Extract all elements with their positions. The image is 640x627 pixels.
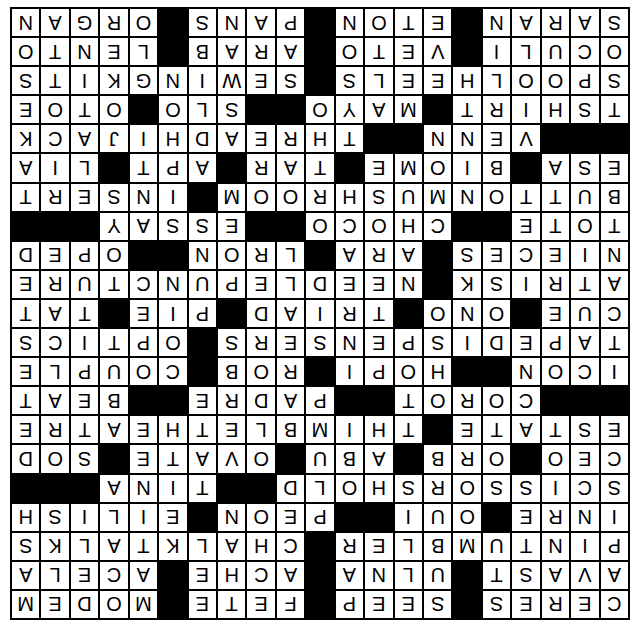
grid-cell: E [453,416,480,443]
grid-cell: E [512,213,539,240]
grid-cell: M [130,591,157,618]
black-cell [483,504,510,531]
grid-cell: M [395,96,422,123]
black-cell [159,9,186,36]
grid-cell: E [483,242,510,269]
grid-cell: O [483,184,510,211]
grid-cell: R [100,9,127,36]
grid-cell: I [336,416,363,443]
grid-cell: E [71,184,98,211]
grid-cell: C [601,445,628,472]
grid-cell: R [336,300,363,327]
black-cell [453,591,480,618]
grid-cell: E [365,271,392,298]
black-cell [424,416,451,443]
black-cell [483,213,510,240]
grid-cell: O [571,213,598,240]
grid-cell: T [71,96,98,123]
grid-cell: T [601,213,628,240]
grid-cell: L [130,38,157,65]
black-cell [453,562,480,589]
grid-cell: L [41,358,68,385]
grid-cell: E [512,329,539,356]
grid-cell: S [159,213,186,240]
grid-cell: N [424,125,451,152]
grid-cell: H [306,125,333,152]
grid-cell: E [71,387,98,414]
grid-cell: O [453,504,480,531]
grid-cell: B [336,445,363,472]
grid-cell: N [12,9,39,36]
grid-cell: M [218,184,245,211]
black-cell [218,154,245,181]
grid-cell: N [453,300,480,327]
grid-cell: R [247,154,274,181]
grid-cell: D [483,329,510,356]
grid-cell: C [512,242,539,269]
grid-cell: D [12,242,39,269]
grid-cell: N [453,125,480,152]
grid-cell: T [159,445,186,472]
grid-cell: B [218,358,245,385]
grid-cell: N [218,9,245,36]
grid-cell: B [100,387,127,414]
grid-cell: S [571,154,598,181]
grid-cell: I [512,96,539,123]
grid-cell: E [395,67,422,94]
grid-cell: C [247,562,274,589]
grid-cell: P [542,329,569,356]
grid-cell: T [542,213,569,240]
black-cell [365,387,392,414]
grid-cell: P [336,591,363,618]
grid-cell: E [512,504,539,531]
grid-cell: R [424,475,451,502]
grid-cell: P [306,504,333,531]
grid-cell: E [395,591,422,618]
black-cell [159,562,186,589]
grid-cell: I [542,475,569,502]
grid-cell: E [189,591,216,618]
grid-cell: I [453,154,480,181]
grid-cell: P [71,358,98,385]
grid-cell: E [130,300,157,327]
grid-cell: C [601,591,628,618]
grid-cell: L [306,475,333,502]
grid-cell: T [542,416,569,443]
grid-cell: S [483,271,510,298]
grid-cell: L [100,504,127,531]
grid-cell: L [189,96,216,123]
grid-cell: E [218,213,245,240]
grid-cell: T [189,416,216,443]
grid-cell: S [41,504,68,531]
grid-cell: E [424,9,451,36]
grid-cell: I [601,504,628,531]
grid-cell: T [12,184,39,211]
grid-cell: L [277,271,304,298]
grid-cell: A [130,213,157,240]
grid-cell: U [542,38,569,65]
black-cell [395,445,422,472]
grid-cell: B [424,445,451,472]
black-cell [159,591,186,618]
grid-cell: T [71,300,98,327]
grid-cell: A [512,9,539,36]
grid-cell: T [41,67,68,94]
grid-cell: T [71,416,98,443]
grid-cell: A [601,562,628,589]
grid-cell: B [424,533,451,560]
grid-cell: O [41,96,68,123]
black-cell [424,96,451,123]
black-cell [365,504,392,531]
grid-cell: C [424,213,451,240]
black-cell [100,154,127,181]
black-cell [189,329,216,356]
grid-cell: E [601,416,628,443]
grid-cell: T [336,125,363,152]
black-cell [336,387,363,414]
grid-cell: I [483,38,510,65]
grid-cell: R [277,358,304,385]
grid-cell: E [247,591,274,618]
grid-cell: L [395,562,422,589]
grid-cell: E [41,242,68,269]
grid-cell: I [601,358,628,385]
grid-cell: N [601,242,628,269]
grid-cell: E [277,504,304,531]
black-cell [306,9,333,36]
grid-cell: O [453,475,480,502]
black-cell [306,562,333,589]
grid-cell: R [542,504,569,531]
grid-cell: O [395,358,422,385]
grid-cell: R [365,242,392,269]
black-cell [306,38,333,65]
grid-cell: S [71,445,98,472]
black-cell [189,358,216,385]
grid-cell: U [571,300,598,327]
grid-cell: B [189,38,216,65]
grid-cell: S [483,475,510,502]
grid-cell: N [71,38,98,65]
grid-cell: N [130,184,157,211]
black-cell [41,475,68,502]
grid-cell: S [512,562,539,589]
grid-cell: U [71,271,98,298]
grid-cell: T [453,96,480,123]
black-cell [453,9,480,36]
grid-cell: W [218,67,245,94]
grid-cell: C [41,125,68,152]
grid-cell: C [512,387,539,414]
grid-cell: H [247,533,274,560]
grid-cell: A [247,9,274,36]
black-cell [306,533,333,560]
grid-cell: H [12,504,39,531]
grid-cell: S [453,242,480,269]
grid-cell: O [100,96,127,123]
grid-cell: S [12,329,39,356]
grid-cell: O [247,504,274,531]
grid-cell: R [336,533,363,560]
grid-cell: P [189,300,216,327]
grid-cell: U [100,358,127,385]
grid-cell: O [542,358,569,385]
grid-cell: K [453,271,480,298]
grid-cell: R [41,416,68,443]
grid-cell: E [247,271,274,298]
grid-cell: A [571,9,598,36]
grid-cell: T [395,9,422,36]
grid-cell: G [71,9,98,36]
grid-cell: I [130,504,157,531]
grid-cell: E [218,416,245,443]
grid-cell: O [100,242,127,269]
black-cell [100,445,127,472]
black-cell [571,125,598,152]
grid-cell: A [71,125,98,152]
grid-cell: A [277,38,304,65]
grid-cell: I [336,358,363,385]
grid-cell: S [12,533,39,560]
grid-cell: R [542,9,569,36]
grid-cell: P [159,154,186,181]
grid-cell: I [159,184,186,211]
grid-cell: D [189,125,216,152]
grid-cell: A [365,445,392,472]
grid-cell: A [277,300,304,327]
grid-cell: T [12,387,39,414]
black-cell [247,475,274,502]
grid-cell: L [277,242,304,269]
black-cell [365,125,392,152]
grid-cell: L [483,67,510,94]
grid-cell: T [130,154,157,181]
grid-cell: T [395,387,422,414]
black-cell [247,96,274,123]
grid-cell: I [453,329,480,356]
grid-cell: O [336,38,363,65]
grid-cell: R [542,591,569,618]
grid-cell: T [542,184,569,211]
black-cell [100,300,127,327]
black-cell [601,387,628,414]
crossword-grid: CERESSEEPFETEMODEMAVASTULNAACHEACELAPINT… [10,7,630,620]
grid-cell: C [571,475,598,502]
grid-cell: E [571,591,598,618]
grid-cell: O [483,387,510,414]
grid-cell: N [542,533,569,560]
grid-cell: T [512,533,539,560]
black-cell [12,475,39,502]
grid-cell: E [12,416,39,443]
grid-cell: O [306,213,333,240]
grid-cell: E [277,329,304,356]
grid-cell: O [542,67,569,94]
grid-cell: E [189,562,216,589]
grid-cell: A [100,475,127,502]
grid-cell: E [189,387,216,414]
grid-cell: T [483,562,510,589]
grid-cell: T [12,300,39,327]
grid-cell: H [365,475,392,502]
grid-cell: S [571,416,598,443]
grid-cell: E [41,591,68,618]
grid-cell: H [218,562,245,589]
grid-cell: A [571,329,598,356]
grid-cell: D [306,271,333,298]
grid-cell: N [336,329,363,356]
grid-cell: D [247,387,274,414]
grid-cell: S [601,9,628,36]
black-cell [12,213,39,240]
grid-cell: S [395,475,422,502]
grid-cell: S [306,329,333,356]
grid-cell: A [189,154,216,181]
grid-cell: E [542,242,569,269]
grid-cell: H [159,416,186,443]
black-cell [189,184,216,211]
black-cell [336,154,363,181]
grid-cell: C [41,329,68,356]
grid-cell: A [41,9,68,36]
grid-cell: E [365,533,392,560]
grid-cell: N [395,271,422,298]
grid-cell: R [218,387,245,414]
black-cell [189,504,216,531]
grid-cell: I [159,475,186,502]
grid-cell: I [571,242,598,269]
grid-cell: C [336,213,363,240]
grid-cell: K [12,125,39,152]
grid-cell: O [12,38,39,65]
grid-cell: S [601,475,628,502]
grid-cell: A [277,562,304,589]
grid-cell: S [512,475,539,502]
grid-cell: L [365,67,392,94]
grid-cell: O [336,475,363,502]
grid-cell: S [424,329,451,356]
black-cell [336,504,363,531]
grid-cell: I [512,271,539,298]
grid-cell: I [71,504,98,531]
black-cell [159,387,186,414]
grid-cell: O [247,184,274,211]
grid-cell: U [424,504,451,531]
grid-cell: C [130,271,157,298]
grid-cell: O [130,9,157,36]
grid-cell: I [571,533,598,560]
grid-cell: O [601,38,628,65]
grid-cell: O [130,358,157,385]
grid-cell: E [130,445,157,472]
grid-cell: A [130,562,157,589]
grid-cell: P [277,9,304,36]
grid-cell: F [277,591,304,618]
black-cell [247,213,274,240]
grid-cell: O [247,358,274,385]
grid-cell: O [247,445,274,472]
grid-cell: O [100,591,127,618]
grid-cell: E [395,38,422,65]
grid-cell: L [71,533,98,560]
black-cell [483,358,510,385]
grid-cell: A [12,562,39,589]
grid-cell: S [100,184,127,211]
grid-cell: E [365,329,392,356]
grid-cell: R [41,271,68,298]
grid-cell: T [365,38,392,65]
grid-cell: E [365,591,392,618]
black-cell [71,475,98,502]
grid-cell: V [424,38,451,65]
grid-cell: Y [100,213,127,240]
grid-cell: I [71,67,98,94]
black-cell [453,38,480,65]
grid-cell: E [71,562,98,589]
grid-cell: O [542,445,569,472]
black-cell [542,125,569,152]
grid-cell: S [601,67,628,94]
grid-cell: E [130,416,157,443]
grid-cell: T [189,475,216,502]
grid-cell: O [159,96,186,123]
black-cell [512,445,539,472]
grid-cell: I [395,504,422,531]
grid-cell: P [306,387,333,414]
grid-cell: S [571,96,598,123]
grid-cell: O [424,154,451,181]
grid-cell: N [189,242,216,269]
black-cell [277,96,304,123]
grid-cell: A [189,445,216,472]
grid-cell: S [277,67,304,94]
grid-cell: R [483,96,510,123]
grid-cell: V [218,445,245,472]
grid-cell: R [306,184,333,211]
grid-cell: M [453,533,480,560]
grid-cell: U [189,271,216,298]
grid-cell: O [365,9,392,36]
grid-cell: N [512,358,539,385]
grid-cell: E [247,67,274,94]
grid-cell: R [247,329,274,356]
grid-cell: A [336,242,363,269]
grid-cell: L [395,533,422,560]
grid-cell: A [100,533,127,560]
black-cell [41,213,68,240]
black-cell [277,445,304,472]
grid-cell: C [571,358,598,385]
black-cell [512,300,539,327]
grid-cell: U [395,184,422,211]
grid-cell: A [395,242,422,269]
grid-cell: T [395,416,422,443]
grid-cell: O [483,300,510,327]
grid-cell: M [306,416,333,443]
grid-cell: E [12,271,39,298]
grid-cell: N [336,9,363,36]
grid-cell: A [218,125,245,152]
grid-cell: O [424,300,451,327]
grid-cell: T [601,96,628,123]
black-cell [512,154,539,181]
grid-cell: O [41,445,68,472]
black-cell [71,213,98,240]
grid-cell: L [41,562,68,589]
